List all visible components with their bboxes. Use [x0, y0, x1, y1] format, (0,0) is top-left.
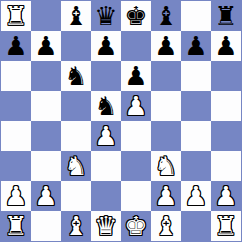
square-b5[interactable] [31, 91, 61, 121]
piece-white-rook[interactable]: ♜ [4, 211, 27, 241]
square-e8[interactable]: ♚ [121, 1, 151, 31]
square-d8[interactable]: ♛ [91, 1, 121, 31]
square-e1[interactable]: ♚ [121, 211, 151, 241]
square-d7[interactable]: ♟ [91, 31, 121, 61]
piece-white-pawn[interactable]: ♟ [214, 181, 237, 211]
chess-board-container: ♜♝♛♚♝♜♟♟♟♟♟♟♞♟♞♟♟♞♞♟♟♟♟♟♜♝♛♚♝♜ [0, 0, 242, 242]
square-g5[interactable] [181, 91, 211, 121]
square-e2[interactable] [121, 181, 151, 211]
square-g3[interactable] [181, 151, 211, 181]
square-b7[interactable]: ♟ [31, 31, 61, 61]
square-c7[interactable] [61, 31, 91, 61]
piece-white-king[interactable]: ♚ [124, 211, 147, 241]
square-h3[interactable] [211, 151, 241, 181]
square-a6[interactable] [1, 61, 31, 91]
piece-white-knight[interactable]: ♞ [154, 151, 177, 181]
square-a3[interactable] [1, 151, 31, 181]
piece-black-king[interactable]: ♚ [124, 1, 147, 31]
square-h8[interactable]: ♜ [211, 1, 241, 31]
square-d6[interactable] [91, 61, 121, 91]
square-c8[interactable]: ♝ [61, 1, 91, 31]
square-c3[interactable]: ♞ [61, 151, 91, 181]
square-b8[interactable] [31, 1, 61, 31]
square-b6[interactable] [31, 61, 61, 91]
piece-white-pawn[interactable]: ♟ [154, 181, 177, 211]
square-c5[interactable] [61, 91, 91, 121]
piece-white-bishop[interactable]: ♝ [154, 211, 177, 241]
piece-black-queen[interactable]: ♛ [94, 1, 117, 31]
square-b1[interactable] [31, 211, 61, 241]
square-g7[interactable]: ♟ [181, 31, 211, 61]
square-g2[interactable]: ♟ [181, 181, 211, 211]
square-c6[interactable]: ♞ [61, 61, 91, 91]
square-b4[interactable] [31, 121, 61, 151]
piece-black-pawn[interactable]: ♟ [154, 31, 177, 61]
piece-black-rook[interactable]: ♜ [214, 1, 237, 31]
piece-white-pawn[interactable]: ♟ [124, 91, 147, 121]
square-h1[interactable]: ♜ [211, 211, 241, 241]
square-f1[interactable]: ♝ [151, 211, 181, 241]
square-f6[interactable] [151, 61, 181, 91]
square-a5[interactable] [1, 91, 31, 121]
square-e3[interactable] [121, 151, 151, 181]
piece-white-queen[interactable]: ♛ [94, 211, 117, 241]
square-g1[interactable] [181, 211, 211, 241]
piece-black-knight[interactable]: ♞ [94, 91, 117, 121]
piece-white-knight[interactable]: ♞ [64, 151, 87, 181]
square-h7[interactable]: ♟ [211, 31, 241, 61]
square-d1[interactable]: ♛ [91, 211, 121, 241]
square-a2[interactable]: ♟ [1, 181, 31, 211]
square-h6[interactable] [211, 61, 241, 91]
piece-black-pawn[interactable]: ♟ [124, 61, 147, 91]
square-e4[interactable] [121, 121, 151, 151]
square-f7[interactable]: ♟ [151, 31, 181, 61]
piece-white-rook[interactable]: ♜ [4, 1, 27, 31]
piece-black-pawn[interactable]: ♟ [94, 31, 117, 61]
square-d3[interactable] [91, 151, 121, 181]
square-b3[interactable] [31, 151, 61, 181]
square-f4[interactable] [151, 121, 181, 151]
piece-white-rook[interactable]: ♜ [214, 211, 237, 241]
piece-black-pawn[interactable]: ♟ [4, 31, 27, 61]
piece-white-pawn[interactable]: ♟ [4, 181, 27, 211]
piece-white-pawn[interactable]: ♟ [184, 181, 207, 211]
square-d2[interactable] [91, 181, 121, 211]
piece-black-bishop[interactable]: ♝ [154, 1, 177, 31]
square-d4[interactable]: ♟ [91, 121, 121, 151]
square-b2[interactable]: ♟ [31, 181, 61, 211]
piece-white-pawn[interactable]: ♟ [94, 121, 117, 151]
square-f3[interactable]: ♞ [151, 151, 181, 181]
square-a8[interactable]: ♜ [1, 1, 31, 31]
square-g4[interactable] [181, 121, 211, 151]
square-c1[interactable]: ♝ [61, 211, 91, 241]
square-g8[interactable] [181, 1, 211, 31]
square-a4[interactable] [1, 121, 31, 151]
square-d5[interactable]: ♞ [91, 91, 121, 121]
square-c2[interactable] [61, 181, 91, 211]
square-f8[interactable]: ♝ [151, 1, 181, 31]
square-e6[interactable]: ♟ [121, 61, 151, 91]
square-h5[interactable] [211, 91, 241, 121]
square-g6[interactable] [181, 61, 211, 91]
square-a1[interactable]: ♜ [1, 211, 31, 241]
square-a7[interactable]: ♟ [1, 31, 31, 61]
piece-black-pawn[interactable]: ♟ [34, 31, 57, 61]
piece-black-pawn[interactable]: ♟ [184, 31, 207, 61]
square-e7[interactable] [121, 31, 151, 61]
piece-black-knight[interactable]: ♞ [64, 61, 87, 91]
square-e5[interactable]: ♟ [121, 91, 151, 121]
square-h4[interactable] [211, 121, 241, 151]
piece-black-bishop[interactable]: ♝ [64, 1, 87, 31]
piece-white-bishop[interactable]: ♝ [64, 211, 87, 241]
square-h2[interactable]: ♟ [211, 181, 241, 211]
chess-board: ♜♝♛♚♝♜♟♟♟♟♟♟♞♟♞♟♟♞♞♟♟♟♟♟♜♝♛♚♝♜ [0, 0, 242, 242]
square-f2[interactable]: ♟ [151, 181, 181, 211]
piece-black-pawn[interactable]: ♟ [214, 31, 237, 61]
square-f5[interactable] [151, 91, 181, 121]
piece-white-pawn[interactable]: ♟ [34, 181, 57, 211]
square-c4[interactable] [61, 121, 91, 151]
